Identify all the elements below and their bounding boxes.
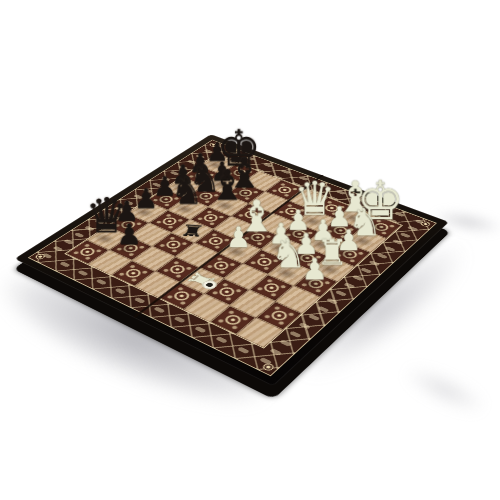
black-rook-glyph: ♜	[178, 222, 206, 238]
white-pawn-glyph: ♟	[226, 224, 252, 252]
border-corner-dot	[34, 253, 47, 260]
border-corner-dot	[261, 362, 276, 372]
product-photo-scene: ♟♚♟♟♝♟♞♝♟♞♟♜♟♛♟♝♚♛♟♞♟♟♟♝♟♟♜♟♞♟♜	[0, 0, 500, 500]
border-corner-dot	[420, 221, 432, 228]
black-knight-glyph: ♞	[171, 173, 204, 209]
board-cast-shadow-bottom-right	[399, 359, 492, 421]
white-pawn-glyph: ♟	[301, 255, 328, 285]
black-pawn-glyph: ♟	[117, 221, 142, 249]
